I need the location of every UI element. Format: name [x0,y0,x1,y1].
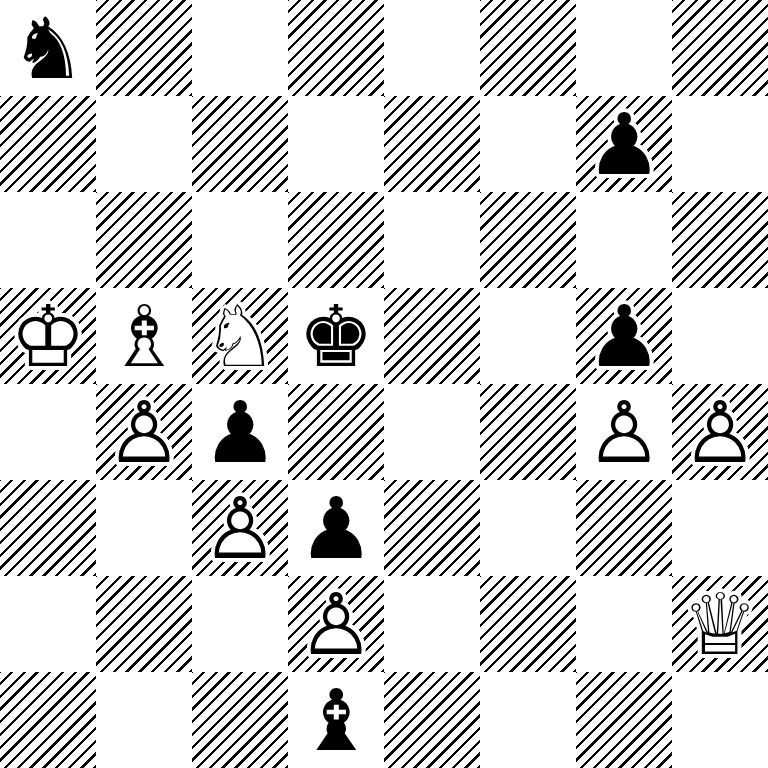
square-h5[interactable] [672,288,768,384]
black-pawn-glyph: ♟ [576,288,672,384]
square-a7[interactable] [0,96,96,192]
square-c5[interactable]: ♞♘ [192,288,288,384]
white-knight-outline: ♘ [192,288,288,384]
white-pawn: ♟♙ [192,480,288,576]
square-d8[interactable] [288,0,384,96]
square-c6[interactable] [192,192,288,288]
square-f6[interactable] [480,192,576,288]
white-pawn: ♟♙ [96,384,192,480]
square-g3[interactable] [576,480,672,576]
square-g8[interactable] [576,0,672,96]
square-b2[interactable] [96,576,192,672]
square-f1[interactable] [480,672,576,768]
white-pawn-outline: ♙ [96,384,192,480]
square-b5[interactable]: ♝♗ [96,288,192,384]
square-d4[interactable] [288,384,384,480]
white-pawn-outline: ♙ [192,480,288,576]
square-b7[interactable] [96,96,192,192]
square-c3[interactable]: ♟♙ [192,480,288,576]
square-g6[interactable] [576,192,672,288]
black-pawn-glyph: ♟ [288,480,384,576]
square-g5[interactable]: ♟ [576,288,672,384]
black-king-glyph: ♚ [288,288,384,384]
white-pawn: ♟♙ [672,384,768,480]
white-knight: ♞♘ [192,288,288,384]
square-e7[interactable] [384,96,480,192]
square-d1[interactable]: ♝ [288,672,384,768]
square-e2[interactable] [384,576,480,672]
square-f5[interactable] [480,288,576,384]
square-e4[interactable] [384,384,480,480]
square-e3[interactable] [384,480,480,576]
square-h3[interactable] [672,480,768,576]
square-d2[interactable]: ♟♙ [288,576,384,672]
square-a6[interactable] [0,192,96,288]
square-c7[interactable] [192,96,288,192]
square-b6[interactable] [96,192,192,288]
square-a1[interactable] [0,672,96,768]
black-bishop: ♝ [288,672,384,768]
black-bishop-glyph: ♝ [288,672,384,768]
square-h1[interactable] [672,672,768,768]
square-c2[interactable] [192,576,288,672]
square-e5[interactable] [384,288,480,384]
black-pawn: ♟ [576,288,672,384]
white-pawn-outline: ♙ [672,384,768,480]
square-e1[interactable] [384,672,480,768]
square-e6[interactable] [384,192,480,288]
square-c4[interactable]: ♟ [192,384,288,480]
black-pawn: ♟ [288,480,384,576]
square-h8[interactable] [672,0,768,96]
square-a5[interactable]: ♚♔ [0,288,96,384]
square-f3[interactable] [480,480,576,576]
square-g7[interactable]: ♟ [576,96,672,192]
black-king: ♚ [288,288,384,384]
square-g1[interactable] [576,672,672,768]
square-e8[interactable] [384,0,480,96]
white-pawn-outline: ♙ [576,384,672,480]
square-b3[interactable] [96,480,192,576]
white-pawn: ♟♙ [576,384,672,480]
white-king-outline: ♔ [0,288,96,384]
square-d6[interactable] [288,192,384,288]
square-d3[interactable]: ♟ [288,480,384,576]
white-bishop-outline: ♗ [96,288,192,384]
square-h7[interactable] [672,96,768,192]
square-g2[interactable] [576,576,672,672]
square-a8[interactable]: ♞ [0,0,96,96]
square-b8[interactable] [96,0,192,96]
square-f2[interactable] [480,576,576,672]
square-g4[interactable]: ♟♙ [576,384,672,480]
square-c8[interactable] [192,0,288,96]
square-f8[interactable] [480,0,576,96]
white-queen: ♛♕ [672,576,768,672]
square-d7[interactable] [288,96,384,192]
square-a2[interactable] [0,576,96,672]
white-king: ♚♔ [0,288,96,384]
square-a4[interactable] [0,384,96,480]
square-b1[interactable] [96,672,192,768]
black-knight-glyph: ♞ [0,0,96,96]
black-pawn: ♟ [192,384,288,480]
black-pawn-glyph: ♟ [576,96,672,192]
white-queen-outline: ♕ [672,576,768,672]
white-bishop: ♝♗ [96,288,192,384]
square-f7[interactable] [480,96,576,192]
square-c1[interactable] [192,672,288,768]
white-pawn: ♟♙ [288,576,384,672]
square-h2[interactable]: ♛♕ [672,576,768,672]
chess-board: ♞♟♚♔♝♗♞♘♚♟♟♙♟♟♙♟♙♟♙♟♟♙♛♕♝ [0,0,768,768]
white-pawn-outline: ♙ [288,576,384,672]
square-h4[interactable]: ♟♙ [672,384,768,480]
square-d5[interactable]: ♚ [288,288,384,384]
black-pawn-glyph: ♟ [192,384,288,480]
black-knight: ♞ [0,0,96,96]
square-b4[interactable]: ♟♙ [96,384,192,480]
black-pawn: ♟ [576,96,672,192]
square-h6[interactable] [672,192,768,288]
square-a3[interactable] [0,480,96,576]
square-f4[interactable] [480,384,576,480]
